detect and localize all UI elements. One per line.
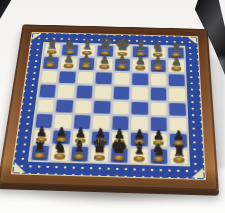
- chess-piece-near-k: ♚: [110, 137, 128, 157]
- chess-piece-near-r: ♜: [34, 140, 47, 154]
- square-c7: ♟: [77, 57, 96, 71]
- square-e5: [112, 85, 131, 100]
- square-e7: ♟: [113, 58, 131, 72]
- square-b5: [56, 84, 76, 99]
- square-h4: [168, 101, 187, 117]
- chess-piece-far-r: ♜: [47, 38, 58, 51]
- chess-piece-near-n: ♞: [152, 142, 166, 157]
- corner-ornament-top-left: [32, 33, 41, 39]
- chess-piece-far-p: ♟: [153, 55, 164, 67]
- square-d6: [94, 71, 113, 86]
- square-b7: ♟: [59, 56, 78, 70]
- corner-ornament-bottom-right: [191, 167, 204, 178]
- square-g7: ♟: [149, 59, 167, 73]
- square-f4: [130, 100, 149, 116]
- chess-piece-far-p: ♟: [63, 53, 74, 65]
- board-grid: ♜♞♝♛♚♝♞♜♟♟♟♟♟♟♟♟♟♟♟♟♟♟♟♟♜♞♝♛♚♝♞♜: [28, 42, 190, 166]
- chess-piece-far-k: ♚: [115, 35, 131, 53]
- square-f6: [131, 72, 149, 87]
- chess-board: ♜♞♝♛♚♝♞♜♟♟♟♟♟♟♟♟♟♟♟♟♟♟♟♟♜♞♝♛♚♝♞♜: [0, 24, 219, 191]
- chess-piece-far-r: ♜: [170, 41, 181, 54]
- chess-piece-far-n: ♞: [152, 40, 164, 54]
- square-h7: ♟: [167, 59, 185, 73]
- chess-piece-far-q: ♛: [98, 36, 113, 53]
- chess-piece-near-p: ♟: [153, 128, 165, 141]
- chess-piece-far-p: ♟: [81, 53, 92, 65]
- chess-piece-far-p: ♟: [117, 54, 128, 66]
- square-d7: ♟: [95, 57, 114, 71]
- chess-piece-near-q: ♛: [91, 137, 108, 156]
- square-f5: [130, 86, 149, 101]
- chess-piece-far-b: ♝: [134, 38, 147, 53]
- corner-ornament-top-right: [188, 37, 197, 43]
- square-c1: ♝: [69, 145, 90, 162]
- perspective-scene: ♜♞♝♛♚♝♞♜♟♟♟♟♟♟♟♟♟♟♟♟♟♟♟♟♜♞♝♛♚♝♞♜: [0, 0, 225, 213]
- square-e4: [111, 100, 130, 116]
- chess-piece-near-n: ♞: [53, 139, 67, 154]
- square-g1: ♞: [149, 148, 169, 165]
- square-a4: [35, 98, 56, 113]
- square-a6: [39, 69, 59, 83]
- square-g4: [149, 101, 168, 117]
- chess-piece-far-p: ♟: [171, 55, 182, 67]
- square-a1: ♜: [29, 144, 51, 161]
- square-d1: ♛: [89, 146, 110, 163]
- chess-piece-far-p: ♟: [135, 55, 146, 67]
- square-a5: [37, 83, 57, 98]
- chessboard-photo: ♜♞♝♛♚♝♞♜♟♟♟♟♟♟♟♟♟♟♟♟♟♟♟♟♜♞♝♛♚♝♞♜: [0, 0, 225, 213]
- chess-piece-far-p: ♟: [99, 54, 110, 66]
- square-f1: ♝: [129, 147, 149, 164]
- chess-piece-near-r: ♜: [172, 144, 185, 158]
- chess-piece-far-n: ♞: [64, 37, 76, 51]
- square-e6: [112, 71, 131, 86]
- decorative-border-band: ♜♞♝♛♚♝♞♜♟♟♟♟♟♟♟♟♟♟♟♟♟♟♟♟♜♞♝♛♚♝♞♜: [11, 32, 206, 180]
- square-c4: [73, 99, 93, 115]
- chess-piece-far-b: ♝: [81, 37, 94, 52]
- chess-piece-far-p: ♟: [45, 52, 56, 64]
- square-c5: [74, 84, 94, 99]
- square-d4: [92, 99, 112, 115]
- square-c6: [76, 70, 95, 85]
- square-g6: [149, 72, 167, 87]
- square-h1: ♜: [169, 148, 189, 165]
- square-f7: ♟: [131, 58, 149, 72]
- square-h6: [167, 73, 186, 88]
- square-h5: [167, 87, 186, 102]
- square-d5: [93, 85, 112, 100]
- chess-piece-near-p: ♟: [36, 125, 48, 138]
- chess-piece-near-b: ♝: [132, 141, 147, 158]
- chess-piece-near-p: ♟: [173, 129, 185, 142]
- corner-ornament-bottom-left: [13, 162, 26, 173]
- square-a7: ♟: [41, 56, 60, 70]
- chess-piece-near-b: ♝: [72, 139, 87, 155]
- square-b4: [54, 98, 74, 113]
- square-g5: [149, 86, 168, 101]
- wooden-frame: ♜♞♝♛♚♝♞♜♟♟♟♟♟♟♟♟♟♟♟♟♟♟♟♟♜♞♝♛♚♝♞♜: [0, 24, 219, 191]
- square-b6: [57, 70, 77, 85]
- square-b1: ♞: [49, 145, 70, 162]
- square-e1: ♚: [109, 147, 129, 164]
- chess-piece-near-p: ♟: [56, 126, 68, 139]
